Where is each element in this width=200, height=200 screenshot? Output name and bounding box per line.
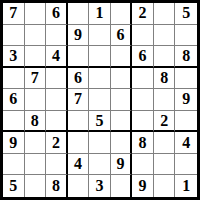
cell-r8c8-empty[interactable] <box>154 154 176 176</box>
cell-r9c2-empty[interactable] <box>25 175 47 197</box>
cell-r6c2-given[interactable]: 8 <box>25 111 47 133</box>
cell-r8c2-empty[interactable] <box>25 154 47 176</box>
cell-r6c8-given[interactable]: 2 <box>154 111 176 133</box>
cell-r9c1-given[interactable]: 5 <box>3 175 25 197</box>
cell-r4c6-empty[interactable] <box>111 68 133 90</box>
cell-r4c1-empty[interactable] <box>3 68 25 90</box>
cell-r1c3-given[interactable]: 6 <box>46 3 68 25</box>
cell-r1c4-empty[interactable] <box>68 3 90 25</box>
cell-r9c4-empty[interactable] <box>68 175 90 197</box>
cell-r5c7-empty[interactable] <box>132 89 154 111</box>
cell-r1c7-given[interactable]: 2 <box>132 3 154 25</box>
cell-r7c5-empty[interactable] <box>89 132 111 154</box>
cell-r3c8-empty[interactable] <box>154 46 176 68</box>
cell-r9c9-given[interactable]: 1 <box>175 175 197 197</box>
cell-r1c2-empty[interactable] <box>25 3 47 25</box>
cell-r2c2-empty[interactable] <box>25 25 47 47</box>
cell-r6c6-empty[interactable] <box>111 111 133 133</box>
cell-r2c5-empty[interactable] <box>89 25 111 47</box>
cell-r1c1-given[interactable]: 7 <box>3 3 25 25</box>
cell-r2c6-given[interactable]: 6 <box>111 25 133 47</box>
cell-r4c9-empty[interactable] <box>175 68 197 90</box>
cell-r6c7-empty[interactable] <box>132 111 154 133</box>
cell-r3c1-given[interactable]: 3 <box>3 46 25 68</box>
cell-r2c4-given[interactable]: 9 <box>68 25 90 47</box>
cell-r5c9-given[interactable]: 9 <box>175 89 197 111</box>
cell-r5c2-empty[interactable] <box>25 89 47 111</box>
cell-r6c9-empty[interactable] <box>175 111 197 133</box>
cell-r5c5-empty[interactable] <box>89 89 111 111</box>
cell-r2c3-empty[interactable] <box>46 25 68 47</box>
cell-r5c3-empty[interactable] <box>46 89 68 111</box>
cell-r7c8-empty[interactable] <box>154 132 176 154</box>
cell-r8c4-given[interactable]: 4 <box>68 154 90 176</box>
cell-r2c9-empty[interactable] <box>175 25 197 47</box>
cell-r2c7-empty[interactable] <box>132 25 154 47</box>
cell-r4c5-empty[interactable] <box>89 68 111 90</box>
cell-r3c6-empty[interactable] <box>111 46 133 68</box>
cell-r7c7-given[interactable]: 8 <box>132 132 154 154</box>
cell-r8c1-empty[interactable] <box>3 154 25 176</box>
cell-r3c7-given[interactable]: 6 <box>132 46 154 68</box>
cell-r9c6-empty[interactable] <box>111 175 133 197</box>
cell-r4c7-empty[interactable] <box>132 68 154 90</box>
cell-r6c5-given[interactable]: 5 <box>89 111 111 133</box>
cell-r7c6-empty[interactable] <box>111 132 133 154</box>
cell-r4c4-given[interactable]: 6 <box>68 68 90 90</box>
cell-r7c9-given[interactable]: 4 <box>175 132 197 154</box>
cell-r5c8-empty[interactable] <box>154 89 176 111</box>
cell-r1c6-empty[interactable] <box>111 3 133 25</box>
cell-r2c8-empty[interactable] <box>154 25 176 47</box>
cell-r3c2-empty[interactable] <box>25 46 47 68</box>
cell-r1c5-given[interactable]: 1 <box>89 3 111 25</box>
cell-r7c3-given[interactable]: 2 <box>46 132 68 154</box>
cell-r5c6-empty[interactable] <box>111 89 133 111</box>
cell-r5c4-given[interactable]: 7 <box>68 89 90 111</box>
cell-r3c3-given[interactable]: 4 <box>46 46 68 68</box>
cell-r6c3-empty[interactable] <box>46 111 68 133</box>
cell-r8c3-empty[interactable] <box>46 154 68 176</box>
sudoku-board: 7612596346876867985292844958391 <box>0 0 200 200</box>
cell-r9c3-given[interactable]: 8 <box>46 175 68 197</box>
cell-r1c8-empty[interactable] <box>154 3 176 25</box>
cell-r7c2-empty[interactable] <box>25 132 47 154</box>
cell-r2c1-empty[interactable] <box>3 25 25 47</box>
cell-r1c9-given[interactable]: 5 <box>175 3 197 25</box>
cell-r3c4-empty[interactable] <box>68 46 90 68</box>
cell-r3c9-given[interactable]: 8 <box>175 46 197 68</box>
cell-r8c9-empty[interactable] <box>175 154 197 176</box>
cell-r9c7-given[interactable]: 9 <box>132 175 154 197</box>
cell-r6c1-empty[interactable] <box>3 111 25 133</box>
cell-r6c4-empty[interactable] <box>68 111 90 133</box>
cell-r8c7-empty[interactable] <box>132 154 154 176</box>
cell-r9c5-given[interactable]: 3 <box>89 175 111 197</box>
cell-r4c2-given[interactable]: 7 <box>25 68 47 90</box>
cell-r8c5-empty[interactable] <box>89 154 111 176</box>
cell-r9c8-empty[interactable] <box>154 175 176 197</box>
cell-r3c5-empty[interactable] <box>89 46 111 68</box>
cell-r7c4-empty[interactable] <box>68 132 90 154</box>
cell-r4c3-empty[interactable] <box>46 68 68 90</box>
cell-r8c6-given[interactable]: 9 <box>111 154 133 176</box>
cell-r7c1-given[interactable]: 9 <box>3 132 25 154</box>
cell-r5c1-given[interactable]: 6 <box>3 89 25 111</box>
cell-r4c8-given[interactable]: 8 <box>154 68 176 90</box>
